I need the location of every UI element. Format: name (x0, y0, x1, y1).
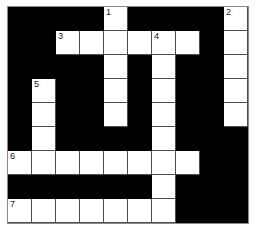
cell-r4c1[interactable] (32, 103, 56, 127)
cell-r6c4[interactable] (104, 151, 128, 175)
crossword-page: 1234567 (0, 0, 265, 233)
cell-r1c9[interactable] (224, 31, 248, 55)
block-cell-r5c8 (200, 127, 224, 151)
cell-r8c5[interactable] (128, 199, 152, 223)
block-cell-r3c5 (128, 79, 152, 103)
cell-r7c6[interactable] (152, 175, 176, 199)
block-cell-r0c2 (56, 7, 80, 31)
block-cell-r4c8 (200, 103, 224, 127)
cell-r2c6[interactable] (152, 55, 176, 79)
block-cell-r6c8 (200, 151, 224, 175)
block-cell-r4c0 (8, 103, 32, 127)
block-cell-r5c3 (80, 127, 104, 151)
cell-r1c3[interactable] (80, 31, 104, 55)
clue-number-7: 7 (10, 199, 15, 210)
block-cell-r3c7 (176, 79, 200, 103)
cell-r1c7[interactable] (176, 31, 200, 55)
block-cell-r0c3 (80, 7, 104, 31)
block-cell-r2c1 (32, 55, 56, 79)
cell-r6c7[interactable] (176, 151, 200, 175)
cell-r6c0[interactable]: 6 (8, 151, 32, 175)
block-cell-r1c8 (200, 31, 224, 55)
block-cell-r8c8 (200, 199, 224, 223)
cell-r5c1[interactable] (32, 127, 56, 151)
block-cell-r0c1 (32, 7, 56, 31)
block-cell-r4c3 (80, 103, 104, 127)
block-cell-r6c9 (224, 151, 248, 175)
cell-r3c9[interactable] (224, 79, 248, 103)
clue-number-2: 2 (226, 7, 231, 18)
block-cell-r2c2 (56, 55, 80, 79)
clue-number-5: 5 (34, 79, 39, 90)
cell-r6c3[interactable] (80, 151, 104, 175)
block-cell-r3c2 (56, 79, 80, 103)
cell-r1c6[interactable]: 4 (152, 31, 176, 55)
block-cell-r4c2 (56, 103, 80, 127)
cell-r8c2[interactable] (56, 199, 80, 223)
cell-r8c4[interactable] (104, 199, 128, 223)
block-cell-r0c5 (128, 7, 152, 31)
block-cell-r3c8 (200, 79, 224, 103)
clue-number-3: 3 (58, 31, 63, 42)
block-cell-r5c7 (176, 127, 200, 151)
block-cell-r4c5 (128, 103, 152, 127)
clue-number-4: 4 (154, 31, 159, 42)
block-cell-r7c9 (224, 175, 248, 199)
cell-r4c4[interactable] (104, 103, 128, 127)
block-cell-r7c8 (200, 175, 224, 199)
block-cell-r7c2 (56, 175, 80, 199)
cell-r8c6[interactable] (152, 199, 176, 223)
cell-r8c3[interactable] (80, 199, 104, 223)
block-cell-r0c0 (8, 7, 32, 31)
cell-r4c6[interactable] (152, 103, 176, 127)
block-cell-r7c0 (8, 175, 32, 199)
crossword-grid: 1234567 (7, 6, 249, 224)
block-cell-r5c0 (8, 127, 32, 151)
cell-r0c9[interactable]: 2 (224, 7, 248, 31)
block-cell-r8c7 (176, 199, 200, 223)
cell-r2c9[interactable] (224, 55, 248, 79)
clue-number-6: 6 (10, 151, 15, 162)
block-cell-r7c5 (128, 175, 152, 199)
block-cell-r0c8 (200, 7, 224, 31)
block-cell-r7c4 (104, 175, 128, 199)
cell-r5c6[interactable] (152, 127, 176, 151)
cell-r6c5[interactable] (128, 151, 152, 175)
block-cell-r7c1 (32, 175, 56, 199)
block-cell-r1c0 (8, 31, 32, 55)
clue-number-1: 1 (106, 7, 111, 18)
cell-r1c2[interactable]: 3 (56, 31, 80, 55)
block-cell-r4c7 (176, 103, 200, 127)
block-cell-r5c4 (104, 127, 128, 151)
cell-r8c0[interactable]: 7 (8, 199, 32, 223)
cell-r6c6[interactable] (152, 151, 176, 175)
block-cell-r5c9 (224, 127, 248, 151)
cell-r0c4[interactable]: 1 (104, 7, 128, 31)
block-cell-r2c3 (80, 55, 104, 79)
block-cell-r2c0 (8, 55, 32, 79)
block-cell-r3c3 (80, 79, 104, 103)
cell-r1c5[interactable] (128, 31, 152, 55)
block-cell-r8c9 (224, 199, 248, 223)
block-cell-r0c6 (152, 7, 176, 31)
block-cell-r2c5 (128, 55, 152, 79)
block-cell-r5c5 (128, 127, 152, 151)
block-cell-r3c0 (8, 79, 32, 103)
cell-r3c4[interactable] (104, 79, 128, 103)
cell-r4c9[interactable] (224, 103, 248, 127)
block-cell-r7c7 (176, 175, 200, 199)
block-cell-r5c2 (56, 127, 80, 151)
cell-r1c4[interactable] (104, 31, 128, 55)
block-cell-r2c7 (176, 55, 200, 79)
cell-r2c4[interactable] (104, 55, 128, 79)
block-cell-r7c3 (80, 175, 104, 199)
cell-r6c1[interactable] (32, 151, 56, 175)
cell-r6c2[interactable] (56, 151, 80, 175)
block-cell-r1c1 (32, 31, 56, 55)
cell-r8c1[interactable] (32, 199, 56, 223)
cell-r3c6[interactable] (152, 79, 176, 103)
block-cell-r0c7 (176, 7, 200, 31)
block-cell-r2c8 (200, 55, 224, 79)
cell-r3c1[interactable]: 5 (32, 79, 56, 103)
